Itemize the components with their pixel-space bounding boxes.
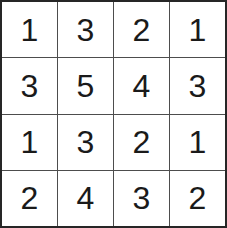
grid-cell-r2c2[interactable]: 2 <box>114 115 169 170</box>
grid-cell-r2c1[interactable]: 3 <box>58 115 113 170</box>
grid-cell-r3c3[interactable]: 2 <box>170 171 225 226</box>
grid-cell-r2c0[interactable]: 1 <box>2 115 57 170</box>
grid-cell-r2c3[interactable]: 1 <box>170 115 225 170</box>
grid-cell-r0c3[interactable]: 1 <box>170 2 225 57</box>
grid-cell-r0c2[interactable]: 2 <box>114 2 169 57</box>
grid-cell-r0c1[interactable]: 3 <box>58 2 113 57</box>
grid-cell-r3c2[interactable]: 3 <box>114 171 169 226</box>
number-grid-board: 1 3 2 1 3 5 4 3 1 3 2 1 2 4 3 2 <box>0 0 227 228</box>
grid-cell-r1c0[interactable]: 3 <box>2 58 57 113</box>
grid-cell-r1c1[interactable]: 5 <box>58 58 113 113</box>
grid-cell-r3c1[interactable]: 4 <box>58 171 113 226</box>
grid-cell-r1c2[interactable]: 4 <box>114 58 169 113</box>
grid-cell-r1c3[interactable]: 3 <box>170 58 225 113</box>
grid-cell-r0c0[interactable]: 1 <box>2 2 57 57</box>
grid-cell-r3c0[interactable]: 2 <box>2 171 57 226</box>
